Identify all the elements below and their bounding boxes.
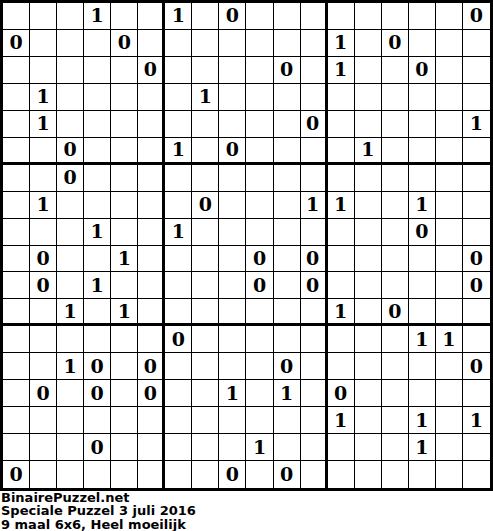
- cell-r5c15-empty[interactable]: [409, 138, 436, 165]
- cell-r17c0-given-0: 0: [3, 461, 30, 488]
- cell-r6c0-empty[interactable]: [3, 165, 30, 192]
- cell-r14c0-empty[interactable]: [3, 380, 30, 407]
- cell-r14c3-given-0: 0: [84, 380, 111, 407]
- site-name: BinairePuzzel.net: [1, 491, 493, 504]
- cell-r16c12-empty[interactable]: [328, 434, 355, 461]
- cell-r7c6-empty[interactable]: [165, 192, 192, 219]
- cell-r15c16-empty[interactable]: [436, 407, 463, 434]
- cell-r5c16-empty[interactable]: [436, 138, 463, 165]
- cell-r11c8-empty[interactable]: [219, 299, 246, 326]
- cell-r1c13-empty[interactable]: [355, 30, 382, 57]
- cell-r14c5-given-0: 0: [138, 380, 165, 407]
- cell-r9c5-empty[interactable]: [138, 246, 165, 273]
- cell-r16c5-empty[interactable]: [138, 434, 165, 461]
- cell-r2c8-empty[interactable]: [219, 57, 246, 84]
- cell-r4c15-empty[interactable]: [409, 111, 436, 138]
- binary-puzzle-board: 1100001000101110101010101111100100001000…: [0, 0, 493, 491]
- cell-r4c10-empty[interactable]: [274, 111, 301, 138]
- cell-r6c12-empty[interactable]: [328, 165, 355, 192]
- cell-r14c4-empty[interactable]: [111, 380, 138, 407]
- cell-r2c2-empty[interactable]: [57, 57, 84, 84]
- cell-r12c11-empty[interactable]: [301, 326, 328, 353]
- cell-r17c10-given-0: 0: [274, 461, 301, 488]
- cell-r11c17-empty[interactable]: [463, 299, 490, 326]
- cell-r8c7-empty[interactable]: [192, 219, 219, 246]
- cell-r2c10-given-0: 0: [274, 57, 301, 84]
- cell-r3c1-given-1: 1: [30, 84, 57, 111]
- cell-r13c5-given-0: 0: [138, 353, 165, 380]
- cell-r15c8-empty[interactable]: [219, 407, 246, 434]
- cell-r6c17-empty[interactable]: [463, 165, 490, 192]
- cell-r0c5-empty[interactable]: [138, 3, 165, 30]
- cell-r13c1-empty[interactable]: [30, 353, 57, 380]
- cell-r2c13-empty[interactable]: [355, 57, 382, 84]
- cell-r17c17-empty[interactable]: [463, 461, 490, 488]
- cell-r15c0-empty[interactable]: [3, 407, 30, 434]
- cell-r16c17-empty[interactable]: [463, 434, 490, 461]
- cell-r2c6-empty[interactable]: [165, 57, 192, 84]
- cell-r16c13-empty[interactable]: [355, 434, 382, 461]
- cell-r4c7-empty[interactable]: [192, 111, 219, 138]
- cell-r2c17-empty[interactable]: [463, 57, 490, 84]
- cell-r12c8-empty[interactable]: [219, 326, 246, 353]
- cell-r17c6-empty[interactable]: [165, 461, 192, 488]
- cell-r8c10-empty[interactable]: [274, 219, 301, 246]
- cell-r15c4-empty[interactable]: [111, 407, 138, 434]
- cell-r1c3-empty[interactable]: [84, 30, 111, 57]
- cell-r12c1-empty[interactable]: [30, 326, 57, 353]
- cell-r16c15-given-1: 1: [409, 434, 436, 461]
- cell-r9c10-empty[interactable]: [274, 246, 301, 273]
- cell-r11c6-empty[interactable]: [165, 299, 192, 326]
- cell-r10c10-empty[interactable]: [274, 272, 301, 299]
- cell-r7c17-empty[interactable]: [463, 192, 490, 219]
- cell-r3c14-empty[interactable]: [382, 84, 409, 111]
- cell-r12c2-empty[interactable]: [57, 326, 84, 353]
- cell-r3c3-empty[interactable]: [84, 84, 111, 111]
- cell-r8c1-empty[interactable]: [30, 219, 57, 246]
- cell-r11c10-empty[interactable]: [274, 299, 301, 326]
- cell-r16c7-empty[interactable]: [192, 434, 219, 461]
- cell-r5c13-given-1: 1: [355, 138, 382, 165]
- cell-r5c17-empty[interactable]: [463, 138, 490, 165]
- cell-r0c15-empty[interactable]: [409, 3, 436, 30]
- cell-r2c16-empty[interactable]: [436, 57, 463, 84]
- cell-r0c16-empty[interactable]: [436, 3, 463, 30]
- cell-r9c12-empty[interactable]: [328, 246, 355, 273]
- cell-r15c5-empty[interactable]: [138, 407, 165, 434]
- cell-r5c0-empty[interactable]: [3, 138, 30, 165]
- cell-r17c9-empty[interactable]: [246, 461, 273, 488]
- cell-r15c13-empty[interactable]: [355, 407, 382, 434]
- cell-r3c0-empty[interactable]: [3, 84, 30, 111]
- cell-r8c8-empty[interactable]: [219, 219, 246, 246]
- cell-r5c9-empty[interactable]: [246, 138, 273, 165]
- cell-r5c11-empty[interactable]: [301, 138, 328, 165]
- cell-r5c12-empty[interactable]: [328, 138, 355, 165]
- cell-r12c13-empty[interactable]: [355, 326, 382, 353]
- cell-r6c2-given-0: 0: [57, 165, 84, 192]
- cell-r7c0-empty[interactable]: [3, 192, 30, 219]
- cell-r11c11-empty[interactable]: [301, 299, 328, 326]
- cell-r9c16-empty[interactable]: [436, 246, 463, 273]
- cell-r3c9-empty[interactable]: [246, 84, 273, 111]
- cell-r10c9-given-0: 0: [246, 272, 273, 299]
- cell-r7c4-empty[interactable]: [111, 192, 138, 219]
- cell-r3c11-empty[interactable]: [301, 84, 328, 111]
- cell-r8c12-empty[interactable]: [328, 219, 355, 246]
- puzzle-page: 1100001000101110101010101111100100001000…: [0, 0, 493, 531]
- cell-r8c2-empty[interactable]: [57, 219, 84, 246]
- cell-r2c5-given-0: 0: [138, 57, 165, 84]
- cell-r3c16-empty[interactable]: [436, 84, 463, 111]
- cell-r1c4-given-0: 0: [111, 30, 138, 57]
- cell-r1c8-empty[interactable]: [219, 30, 246, 57]
- cell-r1c15-empty[interactable]: [409, 30, 436, 57]
- cell-r1c17-empty[interactable]: [463, 30, 490, 57]
- cell-r14c8-given-1: 1: [219, 380, 246, 407]
- cell-r15c9-empty[interactable]: [246, 407, 273, 434]
- cell-r6c8-empty[interactable]: [219, 165, 246, 192]
- cell-r11c2-given-1: 1: [57, 299, 84, 326]
- cell-r13c15-empty[interactable]: [409, 353, 436, 380]
- cell-r7c5-empty[interactable]: [138, 192, 165, 219]
- cell-r15c12-given-1: 1: [328, 407, 355, 434]
- cell-r0c8-given-0: 0: [219, 3, 246, 30]
- cell-r13c12-empty[interactable]: [328, 353, 355, 380]
- cell-r15c1-empty[interactable]: [30, 407, 57, 434]
- cell-r0c12-empty[interactable]: [328, 3, 355, 30]
- cell-r9c0-empty[interactable]: [3, 246, 30, 273]
- cell-r7c12-given-1: 1: [328, 192, 355, 219]
- cell-r7c9-empty[interactable]: [246, 192, 273, 219]
- cell-r8c0-empty[interactable]: [3, 219, 30, 246]
- cell-r4c8-empty[interactable]: [219, 111, 246, 138]
- cell-r12c0-empty[interactable]: [3, 326, 30, 353]
- cell-r13c4-empty[interactable]: [111, 353, 138, 380]
- cell-r10c7-empty[interactable]: [192, 272, 219, 299]
- cell-r7c11-given-1: 1: [301, 192, 328, 219]
- cell-r8c14-empty[interactable]: [382, 219, 409, 246]
- cell-r7c8-empty[interactable]: [219, 192, 246, 219]
- cell-r4c17-given-1: 1: [463, 111, 490, 138]
- cell-r16c3-given-0: 0: [84, 434, 111, 461]
- cell-r6c3-empty[interactable]: [84, 165, 111, 192]
- cell-r9c7-empty[interactable]: [192, 246, 219, 273]
- cell-r12c17-empty[interactable]: [463, 326, 490, 353]
- cell-r7c2-empty[interactable]: [57, 192, 84, 219]
- cell-r12c12-empty[interactable]: [328, 326, 355, 353]
- cell-r4c16-empty[interactable]: [436, 111, 463, 138]
- cell-r6c13-empty[interactable]: [355, 165, 382, 192]
- puzzle-difficulty: 9 maal 6x6, Heel moeilijk: [1, 518, 493, 531]
- cell-r3c8-empty[interactable]: [219, 84, 246, 111]
- cell-r17c12-empty[interactable]: [328, 461, 355, 488]
- cell-r6c4-empty[interactable]: [111, 165, 138, 192]
- cell-r13c9-empty[interactable]: [246, 353, 273, 380]
- cell-r14c11-empty[interactable]: [301, 380, 328, 407]
- cell-r16c9-given-1: 1: [246, 434, 273, 461]
- cell-r16c16-empty[interactable]: [436, 434, 463, 461]
- cell-r4c6-empty[interactable]: [165, 111, 192, 138]
- cell-r3c17-empty[interactable]: [463, 84, 490, 111]
- cell-r15c3-empty[interactable]: [84, 407, 111, 434]
- cell-r15c6-empty[interactable]: [165, 407, 192, 434]
- cell-r13c11-empty[interactable]: [301, 353, 328, 380]
- cell-r12c4-empty[interactable]: [111, 326, 138, 353]
- cell-r2c3-empty[interactable]: [84, 57, 111, 84]
- cell-r9c13-empty[interactable]: [355, 246, 382, 273]
- cell-r9c9-given-0: 0: [246, 246, 273, 273]
- cell-r7c16-empty[interactable]: [436, 192, 463, 219]
- cell-r1c2-empty[interactable]: [57, 30, 84, 57]
- cell-r2c11-empty[interactable]: [301, 57, 328, 84]
- cell-r1c5-empty[interactable]: [138, 30, 165, 57]
- cell-r3c10-empty[interactable]: [274, 84, 301, 111]
- cell-r14c7-empty[interactable]: [192, 380, 219, 407]
- cell-r6c16-empty[interactable]: [436, 165, 463, 192]
- cell-r7c1-given-1: 1: [30, 192, 57, 219]
- cell-r17c3-empty[interactable]: [84, 461, 111, 488]
- cell-r12c14-empty[interactable]: [382, 326, 409, 353]
- cell-r5c7-empty[interactable]: [192, 138, 219, 165]
- cell-r11c5-empty[interactable]: [138, 299, 165, 326]
- cell-r5c3-empty[interactable]: [84, 138, 111, 165]
- cell-r12c6-given-0: 0: [165, 326, 192, 353]
- cell-r0c9-empty[interactable]: [246, 3, 273, 30]
- cell-r13c0-empty[interactable]: [3, 353, 30, 380]
- cell-r7c3-empty[interactable]: [84, 192, 111, 219]
- cell-r11c7-empty[interactable]: [192, 299, 219, 326]
- cell-r10c14-empty[interactable]: [382, 272, 409, 299]
- cell-r9c8-empty[interactable]: [219, 246, 246, 273]
- cell-r12c10-empty[interactable]: [274, 326, 301, 353]
- cell-r6c9-empty[interactable]: [246, 165, 273, 192]
- cell-r10c11-given-0: 0: [301, 272, 328, 299]
- cell-r2c12-given-1: 1: [328, 57, 355, 84]
- cell-r6c10-empty[interactable]: [274, 165, 301, 192]
- cell-r0c10-empty[interactable]: [274, 3, 301, 30]
- cell-r3c2-empty[interactable]: [57, 84, 84, 111]
- cell-r17c15-empty[interactable]: [409, 461, 436, 488]
- cell-r15c2-empty[interactable]: [57, 407, 84, 434]
- cell-r5c1-empty[interactable]: [30, 138, 57, 165]
- cell-r16c1-empty[interactable]: [30, 434, 57, 461]
- cell-r3c15-empty[interactable]: [409, 84, 436, 111]
- cell-r10c13-empty[interactable]: [355, 272, 382, 299]
- cell-r1c6-empty[interactable]: [165, 30, 192, 57]
- cell-r14c15-empty[interactable]: [409, 380, 436, 407]
- cell-r9c14-empty[interactable]: [382, 246, 409, 273]
- cell-r9c4-given-1: 1: [111, 246, 138, 273]
- cell-r13c14-empty[interactable]: [382, 353, 409, 380]
- cell-r8c13-empty[interactable]: [355, 219, 382, 246]
- cell-r12c5-empty[interactable]: [138, 326, 165, 353]
- cell-r15c11-empty[interactable]: [301, 407, 328, 434]
- cell-r13c6-empty[interactable]: [165, 353, 192, 380]
- cell-r6c1-empty[interactable]: [30, 165, 57, 192]
- cell-r13c10-given-0: 0: [274, 353, 301, 380]
- cell-r7c14-empty[interactable]: [382, 192, 409, 219]
- cell-r16c0-empty[interactable]: [3, 434, 30, 461]
- cell-r6c5-empty[interactable]: [138, 165, 165, 192]
- cell-r10c3-given-1: 1: [84, 272, 111, 299]
- cell-r1c7-empty[interactable]: [192, 30, 219, 57]
- cell-r1c9-empty[interactable]: [246, 30, 273, 57]
- cell-r17c14-empty[interactable]: [382, 461, 409, 488]
- cell-r2c1-empty[interactable]: [30, 57, 57, 84]
- cell-r15c7-empty[interactable]: [192, 407, 219, 434]
- cell-r4c3-empty[interactable]: [84, 111, 111, 138]
- cell-r6c11-empty[interactable]: [301, 165, 328, 192]
- cell-r10c16-empty[interactable]: [436, 272, 463, 299]
- cell-r5c4-empty[interactable]: [111, 138, 138, 165]
- cell-r3c12-empty[interactable]: [328, 84, 355, 111]
- cell-r11c16-empty[interactable]: [436, 299, 463, 326]
- cell-r13c7-empty[interactable]: [192, 353, 219, 380]
- cell-r5c2-given-0: 0: [57, 138, 84, 165]
- cell-r2c9-empty[interactable]: [246, 57, 273, 84]
- cell-r10c12-empty[interactable]: [328, 272, 355, 299]
- cell-r14c14-empty[interactable]: [382, 380, 409, 407]
- cell-r6c7-empty[interactable]: [192, 165, 219, 192]
- cell-r9c3-empty[interactable]: [84, 246, 111, 273]
- cell-r11c15-empty[interactable]: [409, 299, 436, 326]
- cell-r14c2-empty[interactable]: [57, 380, 84, 407]
- cell-r10c0-empty[interactable]: [3, 272, 30, 299]
- puzzle-title: Speciale Puzzel 3 juli 2016: [1, 504, 493, 517]
- cell-r11c13-empty[interactable]: [355, 299, 382, 326]
- cell-r11c3-empty[interactable]: [84, 299, 111, 326]
- cell-r1c1-empty[interactable]: [30, 30, 57, 57]
- cell-r0c14-empty[interactable]: [382, 3, 409, 30]
- cell-r17c4-empty[interactable]: [111, 461, 138, 488]
- cell-r4c9-empty[interactable]: [246, 111, 273, 138]
- cell-r10c17-given-0: 0: [463, 272, 490, 299]
- cell-r9c15-empty[interactable]: [409, 246, 436, 273]
- cell-r14c13-empty[interactable]: [355, 380, 382, 407]
- cell-r0c11-empty[interactable]: [301, 3, 328, 30]
- cell-r3c6-empty[interactable]: [165, 84, 192, 111]
- cell-r3c4-empty[interactable]: [111, 84, 138, 111]
- cell-r17c16-empty[interactable]: [436, 461, 463, 488]
- cell-r8c11-empty[interactable]: [301, 219, 328, 246]
- cell-r1c16-empty[interactable]: [436, 30, 463, 57]
- cell-r4c2-empty[interactable]: [57, 111, 84, 138]
- cell-r12c7-empty[interactable]: [192, 326, 219, 353]
- cell-r13c2-given-1: 1: [57, 353, 84, 380]
- cell-r13c17-given-0: 0: [463, 353, 490, 380]
- cell-r2c4-empty[interactable]: [111, 57, 138, 84]
- cell-r10c8-empty[interactable]: [219, 272, 246, 299]
- cell-r8c9-empty[interactable]: [246, 219, 273, 246]
- cell-r16c2-empty[interactable]: [57, 434, 84, 461]
- cell-r4c0-empty[interactable]: [3, 111, 30, 138]
- cell-r0c4-empty[interactable]: [111, 3, 138, 30]
- cell-r5c5-empty[interactable]: [138, 138, 165, 165]
- cell-r16c10-empty[interactable]: [274, 434, 301, 461]
- cell-r6c6-empty[interactable]: [165, 165, 192, 192]
- cell-r15c14-empty[interactable]: [382, 407, 409, 434]
- cell-r16c11-empty[interactable]: [301, 434, 328, 461]
- cell-r6c14-empty[interactable]: [382, 165, 409, 192]
- cell-r10c6-empty[interactable]: [165, 272, 192, 299]
- cell-r10c4-empty[interactable]: [111, 272, 138, 299]
- cell-r1c10-empty[interactable]: [274, 30, 301, 57]
- cell-r10c5-empty[interactable]: [138, 272, 165, 299]
- cell-r0c2-empty[interactable]: [57, 3, 84, 30]
- cell-r3c5-empty[interactable]: [138, 84, 165, 111]
- cell-r1c14-given-0: 0: [382, 30, 409, 57]
- cell-r2c14-empty[interactable]: [382, 57, 409, 84]
- cell-r13c8-empty[interactable]: [219, 353, 246, 380]
- cell-r4c4-empty[interactable]: [111, 111, 138, 138]
- cell-r5c10-empty[interactable]: [274, 138, 301, 165]
- cell-r12c9-empty[interactable]: [246, 326, 273, 353]
- cell-r16c14-empty[interactable]: [382, 434, 409, 461]
- cell-r12c3-empty[interactable]: [84, 326, 111, 353]
- cell-r15c10-empty[interactable]: [274, 407, 301, 434]
- cell-r14c9-empty[interactable]: [246, 380, 273, 407]
- cell-r4c13-empty[interactable]: [355, 111, 382, 138]
- cell-r7c13-empty[interactable]: [355, 192, 382, 219]
- cell-r2c0-empty[interactable]: [3, 57, 30, 84]
- cell-r11c9-empty[interactable]: [246, 299, 273, 326]
- cell-r3c13-empty[interactable]: [355, 84, 382, 111]
- cell-r0c1-empty[interactable]: [30, 3, 57, 30]
- cell-r5c14-empty[interactable]: [382, 138, 409, 165]
- cell-r16c6-empty[interactable]: [165, 434, 192, 461]
- cell-r14c16-empty[interactable]: [436, 380, 463, 407]
- cell-r13c16-empty[interactable]: [436, 353, 463, 380]
- cell-r0c13-empty[interactable]: [355, 3, 382, 30]
- cell-r1c11-empty[interactable]: [301, 30, 328, 57]
- cell-r17c13-empty[interactable]: [355, 461, 382, 488]
- cell-r8c5-empty[interactable]: [138, 219, 165, 246]
- cell-r7c7-given-0: 0: [192, 192, 219, 219]
- cell-r2c7-empty[interactable]: [192, 57, 219, 84]
- cell-r16c4-empty[interactable]: [111, 434, 138, 461]
- cell-r13c13-empty[interactable]: [355, 353, 382, 380]
- cell-r17c5-empty[interactable]: [138, 461, 165, 488]
- cell-r6c15-empty[interactable]: [409, 165, 436, 192]
- cell-r9c2-empty[interactable]: [57, 246, 84, 273]
- cell-r17c11-empty[interactable]: [301, 461, 328, 488]
- cell-r14c17-empty[interactable]: [463, 380, 490, 407]
- cell-r10c15-empty[interactable]: [409, 272, 436, 299]
- cell-r17c2-empty[interactable]: [57, 461, 84, 488]
- cell-r10c2-empty[interactable]: [57, 272, 84, 299]
- cell-r2c15-given-0: 0: [409, 57, 436, 84]
- cell-r9c6-empty[interactable]: [165, 246, 192, 273]
- cell-r17c7-empty[interactable]: [192, 461, 219, 488]
- cell-r0c7-empty[interactable]: [192, 3, 219, 30]
- cell-r4c12-empty[interactable]: [328, 111, 355, 138]
- cell-r11c0-empty[interactable]: [3, 299, 30, 326]
- cell-r17c1-empty[interactable]: [30, 461, 57, 488]
- cell-r8c17-empty[interactable]: [463, 219, 490, 246]
- cell-r11c1-empty[interactable]: [30, 299, 57, 326]
- cell-r4c14-empty[interactable]: [382, 111, 409, 138]
- cell-r14c6-empty[interactable]: [165, 380, 192, 407]
- cell-r7c10-empty[interactable]: [274, 192, 301, 219]
- cell-r0c0-empty[interactable]: [3, 3, 30, 30]
- cell-r8c16-empty[interactable]: [436, 219, 463, 246]
- cell-r15c15-given-1: 1: [409, 407, 436, 434]
- cell-r8c4-empty[interactable]: [111, 219, 138, 246]
- cell-r16c8-empty[interactable]: [219, 434, 246, 461]
- cell-r4c5-empty[interactable]: [138, 111, 165, 138]
